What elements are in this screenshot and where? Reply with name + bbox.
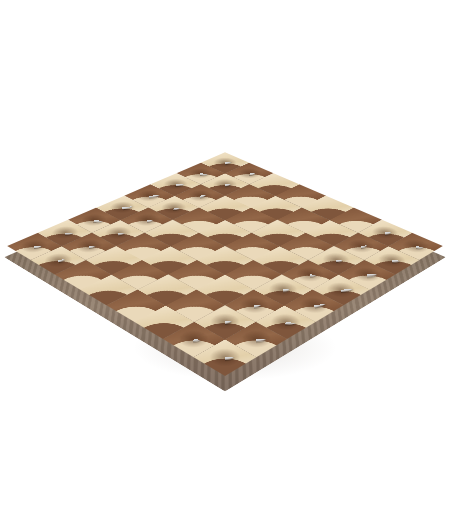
white-pawn-glyph: ♟ [102, 196, 134, 231]
product-photo-canvas: ♜♟♟♜♞♟♟♞♝♟♟♝♚♟♟♚♛♟♟♛♝♟♟♝♞♟♟♞♜♟♟♜ [0, 0, 450, 518]
white-pawn-glyph: ♟ [235, 140, 265, 173]
white-pawn-glyph: ♟ [131, 183, 164, 220]
white-pawn-glyph: ♟ [37, 220, 75, 261]
white-pawn-glyph: ♟ [70, 208, 105, 246]
black-rook-glyph: ♜ [201, 305, 248, 357]
white-pawn-glyph: ♟ [209, 150, 239, 184]
